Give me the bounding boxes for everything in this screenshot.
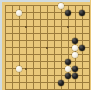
intersection[interactable]: [23, 51, 30, 58]
intersection[interactable]: [86, 23, 91, 30]
intersection[interactable]: [65, 23, 72, 30]
intersection[interactable]: [51, 79, 58, 86]
intersection[interactable]: [51, 23, 58, 30]
intersection[interactable]: [79, 30, 86, 37]
hoshi-point: [25, 68, 27, 70]
intersection[interactable]: [16, 86, 23, 90]
intersection[interactable]: [16, 30, 23, 37]
intersection[interactable]: [37, 30, 44, 37]
intersection[interactable]: [9, 51, 16, 58]
hoshi-point: [46, 47, 48, 49]
intersection[interactable]: [51, 72, 58, 79]
intersection[interactable]: [58, 86, 65, 90]
intersection[interactable]: [51, 86, 58, 90]
intersection[interactable]: [16, 23, 23, 30]
intersection[interactable]: [65, 51, 72, 58]
intersection[interactable]: [2, 65, 9, 72]
intersection[interactable]: [2, 86, 9, 90]
black-stone: [79, 45, 85, 51]
white-stone: [58, 3, 64, 9]
intersection[interactable]: [44, 58, 51, 65]
intersection[interactable]: [2, 30, 9, 37]
intersection[interactable]: [23, 37, 30, 44]
intersection[interactable]: [65, 30, 72, 37]
intersection[interactable]: [44, 65, 51, 72]
black-stone: [72, 38, 78, 44]
intersection[interactable]: [23, 72, 30, 79]
intersection[interactable]: [16, 58, 23, 65]
intersection[interactable]: [30, 2, 37, 9]
window-edge-left: [0, 0, 2, 90]
intersection[interactable]: [86, 72, 91, 79]
white-stone: [72, 45, 78, 51]
black-stone: [65, 73, 71, 79]
intersection[interactable]: [58, 79, 65, 86]
intersection[interactable]: [9, 86, 16, 90]
intersection[interactable]: [65, 79, 72, 86]
intersection[interactable]: [79, 72, 86, 79]
intersection[interactable]: [65, 9, 72, 16]
intersection[interactable]: [58, 2, 65, 9]
intersection[interactable]: [86, 44, 91, 51]
intersection[interactable]: [72, 30, 79, 37]
intersection[interactable]: [9, 79, 16, 86]
black-stone: [72, 66, 78, 72]
intersection[interactable]: [58, 51, 65, 58]
intersection[interactable]: [44, 44, 51, 51]
intersection[interactable]: [23, 86, 30, 90]
intersection[interactable]: [86, 9, 91, 16]
intersection[interactable]: [2, 44, 9, 51]
intersection[interactable]: [30, 16, 37, 23]
intersection[interactable]: [23, 79, 30, 86]
intersection[interactable]: [44, 16, 51, 23]
intersection[interactable]: [51, 16, 58, 23]
intersection[interactable]: [51, 51, 58, 58]
intersection[interactable]: [9, 23, 16, 30]
intersection[interactable]: [79, 44, 86, 51]
black-stone: [65, 10, 71, 16]
intersection[interactable]: [79, 65, 86, 72]
intersection[interactable]: [79, 58, 86, 65]
intersection[interactable]: [37, 51, 44, 58]
intersection[interactable]: [9, 72, 16, 79]
intersection[interactable]: [9, 37, 16, 44]
intersection[interactable]: [72, 51, 79, 58]
intersection[interactable]: [37, 65, 44, 72]
intersection[interactable]: [72, 65, 79, 72]
intersection[interactable]: [51, 58, 58, 65]
intersection[interactable]: [79, 9, 86, 16]
intersection[interactable]: [51, 65, 58, 72]
intersection[interactable]: [2, 37, 9, 44]
white-stone: [72, 52, 78, 58]
intersection[interactable]: [44, 37, 51, 44]
intersection[interactable]: [2, 51, 9, 58]
intersection[interactable]: [86, 86, 91, 90]
intersection[interactable]: [9, 2, 16, 9]
intersection[interactable]: [30, 9, 37, 16]
black-stone: [58, 80, 64, 86]
intersection[interactable]: [58, 23, 65, 30]
intersection[interactable]: [23, 30, 30, 37]
intersection[interactable]: [37, 86, 44, 90]
intersection[interactable]: [2, 2, 9, 9]
hoshi-point: [25, 26, 27, 28]
intersection[interactable]: [30, 72, 37, 79]
intersection[interactable]: [23, 16, 30, 23]
intersection[interactable]: [72, 23, 79, 30]
intersection[interactable]: [37, 58, 44, 65]
intersection[interactable]: [16, 51, 23, 58]
intersection[interactable]: [16, 44, 23, 51]
intersection[interactable]: [37, 72, 44, 79]
intersection[interactable]: [2, 23, 9, 30]
intersection[interactable]: [44, 51, 51, 58]
intersection[interactable]: [58, 30, 65, 37]
intersection[interactable]: [86, 2, 91, 9]
intersection[interactable]: [37, 16, 44, 23]
intersection[interactable]: [72, 86, 79, 90]
intersection[interactable]: [16, 79, 23, 86]
intersection[interactable]: [44, 23, 51, 30]
intersection[interactable]: [65, 65, 72, 72]
intersection[interactable]: [58, 58, 65, 65]
intersection[interactable]: [2, 79, 9, 86]
intersection[interactable]: [72, 79, 79, 86]
intersection[interactable]: [16, 16, 23, 23]
intersection[interactable]: [51, 30, 58, 37]
hoshi-point: [67, 26, 69, 28]
intersection[interactable]: [51, 37, 58, 44]
white-stone: [65, 66, 71, 72]
intersection[interactable]: [2, 9, 9, 16]
intersection[interactable]: [79, 16, 86, 23]
intersection[interactable]: [86, 65, 91, 72]
intersection[interactable]: [2, 58, 9, 65]
intersection[interactable]: [9, 9, 16, 16]
intersection[interactable]: [23, 44, 30, 51]
intersection[interactable]: [65, 37, 72, 44]
intersection[interactable]: [58, 72, 65, 79]
intersection[interactable]: [51, 44, 58, 51]
intersection[interactable]: [86, 51, 91, 58]
intersection[interactable]: [72, 44, 79, 51]
intersection[interactable]: [72, 58, 79, 65]
intersection[interactable]: [72, 16, 79, 23]
white-stone: [16, 66, 22, 72]
intersection[interactable]: [2, 72, 9, 79]
intersection[interactable]: [30, 65, 37, 72]
intersection[interactable]: [30, 23, 37, 30]
intersection[interactable]: [44, 9, 51, 16]
intersection[interactable]: [51, 9, 58, 16]
intersection[interactable]: [37, 37, 44, 44]
intersection[interactable]: [86, 79, 91, 86]
intersection[interactable]: [9, 58, 16, 65]
intersection[interactable]: [37, 2, 44, 9]
intersection[interactable]: [9, 30, 16, 37]
intersection[interactable]: [79, 86, 86, 90]
intersection[interactable]: [44, 86, 51, 90]
intersection[interactable]: [16, 2, 23, 9]
intersection[interactable]: [30, 51, 37, 58]
intersection[interactable]: [16, 9, 23, 16]
black-stone: [65, 59, 71, 65]
intersection[interactable]: [23, 58, 30, 65]
intersection[interactable]: [44, 79, 51, 86]
intersection[interactable]: [30, 58, 37, 65]
intersection[interactable]: [30, 79, 37, 86]
intersection[interactable]: [51, 2, 58, 9]
intersection[interactable]: [23, 2, 30, 9]
intersection[interactable]: [79, 23, 86, 30]
intersection[interactable]: [65, 2, 72, 9]
intersection[interactable]: [37, 23, 44, 30]
intersection[interactable]: [58, 65, 65, 72]
intersection[interactable]: [58, 37, 65, 44]
intersection[interactable]: [37, 79, 44, 86]
intersection[interactable]: [86, 30, 91, 37]
intersection[interactable]: [16, 37, 23, 44]
intersection[interactable]: [72, 72, 79, 79]
intersection[interactable]: [37, 9, 44, 16]
intersection[interactable]: [30, 37, 37, 44]
intersection[interactable]: [72, 2, 79, 9]
intersection[interactable]: [79, 51, 86, 58]
intersection[interactable]: [58, 44, 65, 51]
intersection[interactable]: [65, 44, 72, 51]
intersection[interactable]: [23, 23, 30, 30]
intersection[interactable]: [9, 44, 16, 51]
intersection[interactable]: [44, 2, 51, 9]
intersection[interactable]: [23, 9, 30, 16]
intersection[interactable]: [86, 16, 91, 23]
white-stone: [16, 10, 22, 16]
intersection[interactable]: [9, 65, 16, 72]
intersection[interactable]: [23, 65, 30, 72]
intersection[interactable]: [72, 9, 79, 16]
window-edge-top: [0, 0, 90, 2]
black-stone: [79, 10, 85, 16]
intersection[interactable]: [30, 86, 37, 90]
intersection[interactable]: [58, 9, 65, 16]
intersection[interactable]: [37, 44, 44, 51]
intersection[interactable]: [72, 37, 79, 44]
intersection[interactable]: [9, 16, 16, 23]
intersection[interactable]: [16, 65, 23, 72]
intersection[interactable]: [58, 16, 65, 23]
intersection[interactable]: [16, 72, 23, 79]
intersection[interactable]: [30, 44, 37, 51]
intersection[interactable]: [44, 30, 51, 37]
intersection[interactable]: [2, 16, 9, 23]
go-board[interactable]: [2, 2, 91, 90]
intersection[interactable]: [65, 16, 72, 23]
intersection[interactable]: [65, 58, 72, 65]
intersection[interactable]: [86, 37, 91, 44]
intersection[interactable]: [65, 86, 72, 90]
intersection[interactable]: [79, 79, 86, 86]
black-stone: [72, 73, 78, 79]
intersection[interactable]: [65, 72, 72, 79]
intersection[interactable]: [30, 30, 37, 37]
intersection[interactable]: [86, 58, 91, 65]
intersection[interactable]: [79, 37, 86, 44]
intersection[interactable]: [79, 2, 86, 9]
intersection[interactable]: [44, 72, 51, 79]
